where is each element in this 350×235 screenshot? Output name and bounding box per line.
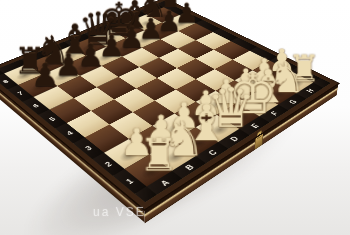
watermark: ua VSE [93, 205, 146, 219]
board-frame: 8♜♞♝♛♚♝♞♜7♟♟♟♟♟♟♟♟65432♟♟♟♟♟♟♟♟1♜♞♝♛♚♝♞♜… [0, 0, 338, 209]
piece-white-rook-a1[interactable]: ♜ [135, 133, 182, 178]
piece-black-pawn-a7[interactable]: ♟ [26, 59, 65, 91]
chessboard: 8♜♞♝♛♚♝♞♜7♟♟♟♟♟♟♟♟65432♟♟♟♟♟♟♟♟1♜♞♝♛♚♝♞♜… [0, 0, 338, 209]
board-grid: 8♜♞♝♛♚♝♞♜7♟♟♟♟♟♟♟♟65432♟♟♟♟♟♟♟♟1♜♞♝♛♚♝♞♜… [0, 1, 331, 203]
product-photo: 8♜♞♝♛♚♝♞♜7♟♟♟♟♟♟♟♟65432♟♟♟♟♟♟♟♟1♜♞♝♛♚♝♞♜… [0, 0, 350, 235]
board-scene: 8♜♞♝♛♚♝♞♜7♟♟♟♟♟♟♟♟65432♟♟♟♟♟♟♟♟1♜♞♝♛♚♝♞♜… [0, 0, 333, 235]
